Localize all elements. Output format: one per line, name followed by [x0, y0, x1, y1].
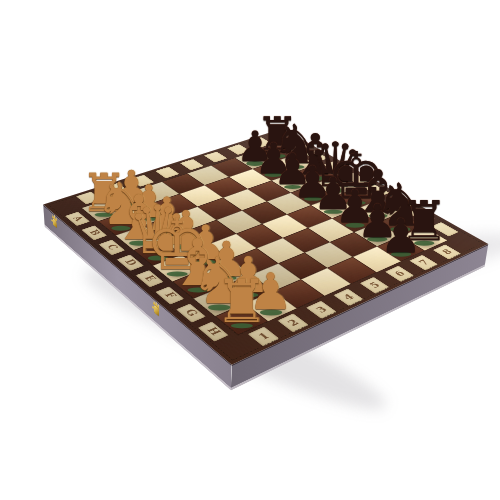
- far-border-plaque: [385, 196, 412, 209]
- clasp-hook: [51, 220, 54, 222]
- file-label: F: [162, 291, 177, 299]
- rank-label: 5: [367, 281, 382, 289]
- file-plaque-c: C: [98, 239, 125, 255]
- far-border-plaque: [431, 222, 459, 237]
- file-label: E: [142, 274, 157, 282]
- brass-clasp-1: [51, 214, 59, 233]
- rank-plaque-8: 8: [433, 244, 461, 259]
- file-plaque-g: G: [176, 303, 206, 322]
- file-label: H: [204, 326, 222, 337]
- file-label: C: [104, 244, 119, 252]
- file-plaque-e: E: [135, 270, 164, 288]
- chess-set-photo: 87654321ABCDEFGH ♜♞♝♛♚♝♞♜♟♟♟♟♟♟♟♟♟♟♟♟♟♟♟…: [0, 0, 500, 500]
- file-plaque-b: B: [81, 225, 107, 240]
- rank-label: 3: [314, 305, 329, 314]
- board-perspective-wrapper: 87654321ABCDEFGH: [97, 59, 427, 389]
- rank-label: 1: [256, 331, 271, 341]
- rank-plaque-7: 7: [409, 255, 438, 271]
- rank-label: 6: [392, 270, 406, 278]
- file-plaque-a: A: [65, 212, 91, 227]
- chess-board: 87654321ABCDEFGH: [43, 129, 488, 365]
- rank-label: 2: [285, 318, 300, 327]
- square-f7[interactable]: [332, 209, 377, 232]
- file-label: G: [182, 308, 199, 318]
- clasp-hook: [152, 306, 156, 309]
- file-label: A: [70, 215, 84, 222]
- rank-label: 7: [417, 259, 431, 267]
- file-plaque-d: D: [116, 254, 144, 271]
- file-plaque-f: F: [155, 286, 185, 304]
- file-label: B: [87, 229, 102, 237]
- brass-clasp-2: [152, 299, 161, 321]
- file-label: D: [122, 258, 138, 266]
- rank-label: 4: [341, 293, 356, 302]
- rank-label: 8: [440, 248, 454, 256]
